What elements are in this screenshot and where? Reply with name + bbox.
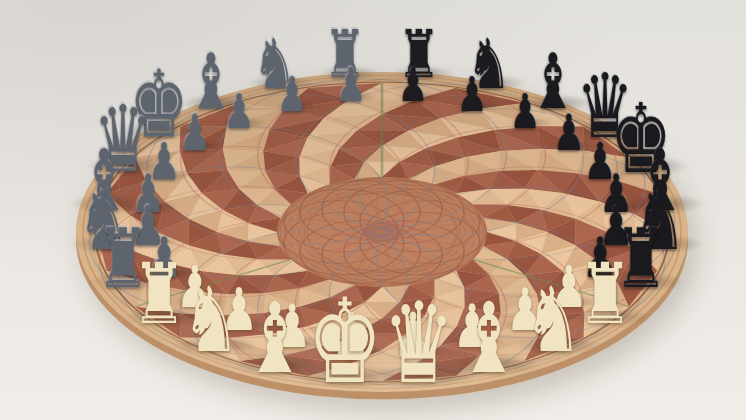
- white-queen-f3[interactable]: ♛: [383, 287, 455, 399]
- gray-pawn-f6[interactable]: ♟: [277, 70, 308, 118]
- white-king-f4[interactable]: ♚: [307, 283, 383, 400]
- black-pawn-f3[interactable]: ♟: [553, 108, 585, 158]
- gray-pawn-f7[interactable]: ♟: [336, 61, 366, 108]
- black-pawn-f0[interactable]: ♟: [398, 61, 428, 108]
- photo-backdrop: ♜♟♞♟♝♟♛♟♚♟♝♟♞♟♜♟♜♟♞♟♝♟♛♟♚♟♝♟♞♟♜♟♜♟♞♟♝♟♛♟…: [0, 0, 746, 420]
- gray-pawn-f5[interactable]: ♟: [224, 87, 255, 135]
- pieces-layer: ♜♟♞♟♝♟♛♟♚♟♝♟♞♟♜♟♜♟♞♟♝♟♛♟♚♟♝♟♞♟♜♟♜♟♞♟♝♟♛♟…: [0, 0, 746, 420]
- white-knight-f6[interactable]: ♞: [182, 275, 240, 365]
- white-rook-f0[interactable]: ♜: [578, 252, 632, 336]
- black-pawn-f2[interactable]: ♟: [510, 87, 541, 135]
- gray-pawn-f4[interactable]: ♟: [179, 108, 211, 158]
- white-rook-f7[interactable]: ♜: [132, 252, 186, 336]
- black-pawn-f1[interactable]: ♟: [457, 70, 488, 118]
- white-knight-f1[interactable]: ♞: [524, 275, 582, 365]
